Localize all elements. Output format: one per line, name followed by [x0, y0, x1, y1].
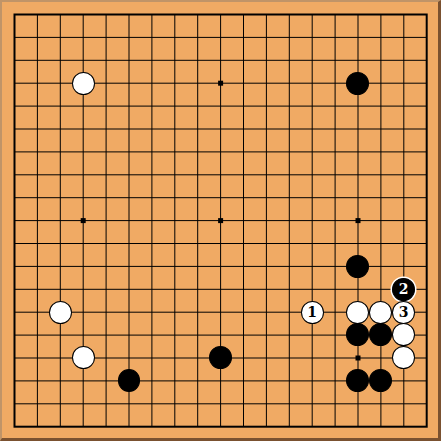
intersection	[72, 72, 95, 95]
intersection: 1	[301, 301, 324, 324]
white-stone[interactable]	[72, 72, 95, 95]
intersection	[346, 255, 369, 278]
board-inner: 213	[2, 2, 438, 438]
intersection	[369, 369, 392, 392]
white-stone[interactable]	[369, 301, 392, 324]
move-1-stone[interactable]: 1	[301, 301, 324, 324]
intersection	[346, 301, 369, 324]
intersection	[49, 301, 72, 324]
black-stone[interactable]	[346, 323, 369, 346]
black-stone[interactable]	[346, 255, 369, 278]
intersection	[392, 324, 415, 347]
intersection	[209, 346, 232, 369]
intersection: 2	[392, 278, 415, 301]
white-stone[interactable]	[392, 323, 415, 346]
intersection	[392, 346, 415, 369]
intersection	[72, 346, 95, 369]
intersection	[369, 324, 392, 347]
black-stone[interactable]	[209, 346, 232, 369]
black-stone[interactable]	[118, 369, 141, 392]
intersection	[369, 301, 392, 324]
move-2-stone[interactable]: 2	[392, 278, 415, 301]
go-diagram: 213	[0, 0, 441, 441]
intersection	[118, 369, 141, 392]
white-stone[interactable]	[392, 346, 415, 369]
move-3-stone[interactable]: 3	[392, 301, 415, 324]
black-stone[interactable]	[346, 369, 369, 392]
white-stone[interactable]	[346, 301, 369, 324]
intersection	[346, 72, 369, 95]
stones-layer: 213	[3, 3, 438, 438]
black-stone[interactable]	[369, 323, 392, 346]
go-board[interactable]: 213	[0, 0, 441, 441]
intersection	[346, 369, 369, 392]
white-stone[interactable]	[72, 346, 95, 369]
intersection	[346, 324, 369, 347]
black-stone[interactable]	[369, 369, 392, 392]
black-stone[interactable]	[346, 72, 369, 95]
intersection: 3	[392, 301, 415, 324]
white-stone[interactable]	[49, 301, 72, 324]
